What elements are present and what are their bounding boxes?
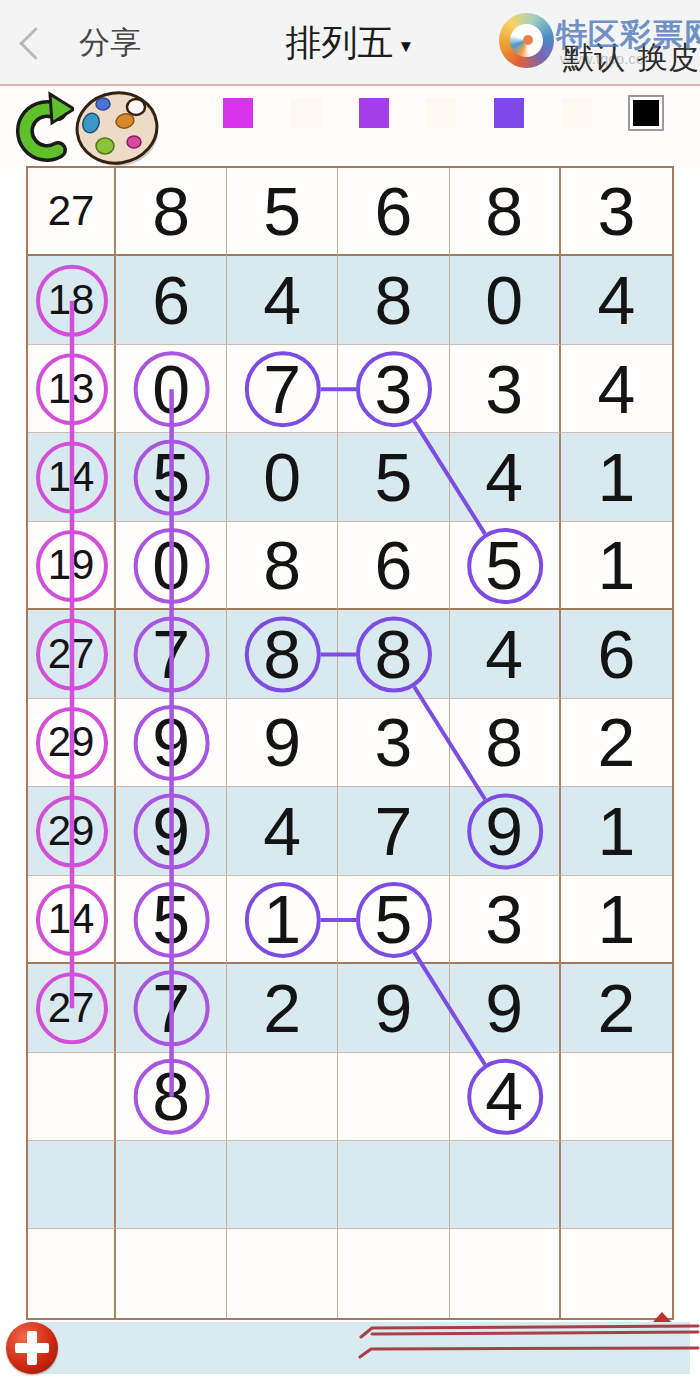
digit-cell-r1-c3[interactable]: 6 — [338, 168, 449, 256]
digit-cell-r5-c2[interactable]: 8 — [227, 522, 338, 610]
swatch-purple-pen[interactable] — [359, 98, 389, 128]
digit-cell-r4-c3[interactable]: 5 — [338, 433, 449, 521]
lottery-trend-app: 分享 排列五 ▼ 特区彩票网 默认 换皮 www.tqcp.cc — [0, 0, 700, 1379]
sum-cell-r6[interactable]: 27 — [28, 610, 116, 698]
digit-cell-r11-c5[interactable] — [561, 1053, 672, 1141]
digit-cell-r1-c2[interactable]: 5 — [227, 168, 338, 256]
page-title: 排列五 — [286, 19, 394, 68]
digit-cell-r13-c1[interactable] — [116, 1229, 227, 1317]
digit-cell-r9-c1[interactable]: 5 — [116, 876, 227, 964]
digit-cell-r3-c4[interactable]: 3 — [450, 345, 561, 433]
digit-cell-r8-c5[interactable]: 1 — [561, 787, 672, 875]
sum-cell-r1[interactable]: 27 — [28, 168, 116, 256]
digit-cell-r11-c4[interactable]: 4 — [450, 1053, 561, 1141]
digit-cell-r2-c3[interactable]: 8 — [338, 256, 449, 344]
digit-cell-r7-c3[interactable]: 3 — [338, 699, 449, 787]
digit-cell-r6-c5[interactable]: 6 — [561, 610, 672, 698]
digit-cell-r1-c5[interactable]: 3 — [561, 168, 672, 256]
back-button[interactable]: 分享 — [24, 22, 141, 64]
digit-cell-r2-c5[interactable]: 4 — [561, 256, 672, 344]
digit-cell-r10-c1[interactable]: 7 — [116, 964, 227, 1052]
digit-cell-r6-c1[interactable]: 7 — [116, 610, 227, 698]
chevron-down-icon: ▼ — [398, 37, 415, 57]
pen-toolbar — [0, 86, 700, 168]
digit-cell-r7-c1[interactable]: 9 — [116, 699, 227, 787]
digit-cell-r9-c5[interactable]: 1 — [561, 876, 672, 964]
digit-cell-r9-c2[interactable]: 1 — [227, 876, 338, 964]
digit-cell-r10-c5[interactable]: 2 — [561, 964, 672, 1052]
digit-cell-r4-c4[interactable]: 4 — [450, 433, 561, 521]
digit-cell-r12-c2[interactable] — [227, 1141, 338, 1229]
digit-cell-r11-c2[interactable] — [227, 1053, 338, 1141]
digit-cell-r13-c5[interactable] — [561, 1229, 672, 1317]
digit-cell-r12-c3[interactable] — [338, 1141, 449, 1229]
digit-cell-r6-c2[interactable]: 8 — [227, 610, 338, 698]
digit-cell-r6-c4[interactable]: 4 — [450, 610, 561, 698]
digit-cell-r3-c1[interactable]: 0 — [116, 345, 227, 433]
digit-cell-r9-c3[interactable]: 5 — [338, 876, 449, 964]
swatch-blank-3[interactable] — [562, 98, 592, 128]
swatch-violet-pen[interactable] — [494, 98, 524, 128]
digit-cell-r11-c1[interactable]: 8 — [116, 1053, 227, 1141]
digit-cell-r5-c5[interactable]: 1 — [561, 522, 672, 610]
palette-icon[interactable] — [74, 88, 164, 168]
sum-cell-r2[interactable]: 18 — [28, 256, 116, 344]
digit-cell-r6-c3[interactable]: 8 — [338, 610, 449, 698]
digit-cell-r2-c2[interactable]: 4 — [227, 256, 338, 344]
digit-cell-r7-c5[interactable]: 2 — [561, 699, 672, 787]
digit-cell-r9-c4[interactable]: 3 — [450, 876, 561, 964]
trend-grid: 2785683186480413073341450541190865127788… — [26, 166, 674, 1320]
digit-cell-r7-c2[interactable]: 9 — [227, 699, 338, 787]
digit-cell-r10-c4[interactable]: 9 — [450, 964, 561, 1052]
digit-cell-r8-c4[interactable]: 9 — [450, 787, 561, 875]
digit-cell-r10-c2[interactable]: 2 — [227, 964, 338, 1052]
sum-cell-r7[interactable]: 29 — [28, 699, 116, 787]
sum-cell-r5[interactable]: 19 — [28, 522, 116, 610]
sum-cell-r4[interactable]: 14 — [28, 433, 116, 521]
sum-cell-r12[interactable] — [28, 1141, 116, 1229]
digit-cell-r4-c1[interactable]: 5 — [116, 433, 227, 521]
refresh-icon[interactable] — [8, 90, 74, 168]
digit-cell-r13-c3[interactable] — [338, 1229, 449, 1317]
digit-cell-r3-c2[interactable]: 7 — [227, 345, 338, 433]
digit-cell-r13-c2[interactable] — [227, 1229, 338, 1317]
digit-cell-r4-c5[interactable]: 1 — [561, 433, 672, 521]
digit-cell-r4-c2[interactable]: 0 — [227, 433, 338, 521]
game-title-dropdown[interactable]: 排列五 ▼ — [286, 19, 415, 68]
digit-cell-r3-c5[interactable]: 4 — [561, 345, 672, 433]
digit-cell-r1-c4[interactable]: 8 — [450, 168, 561, 256]
digit-cell-r2-c4[interactable]: 0 — [450, 256, 561, 344]
share-label: 分享 — [79, 22, 141, 64]
swatch-blank-1[interactable] — [291, 98, 321, 128]
add-row-button[interactable] — [6, 1322, 58, 1374]
digit-cell-r12-c1[interactable] — [116, 1141, 227, 1229]
digit-cell-r12-c5[interactable] — [561, 1141, 672, 1229]
back-chevron-icon — [19, 27, 52, 60]
sum-cell-r10[interactable]: 27 — [28, 964, 116, 1052]
digit-cell-r8-c3[interactable]: 7 — [338, 787, 449, 875]
digit-cell-r8-c1[interactable]: 9 — [116, 787, 227, 875]
sum-cell-r13[interactable] — [28, 1229, 116, 1317]
digit-cell-r11-c3[interactable] — [338, 1053, 449, 1141]
digit-cell-r10-c3[interactable]: 9 — [338, 964, 449, 1052]
digit-cell-r5-c3[interactable]: 6 — [338, 522, 449, 610]
sum-cell-r3[interactable]: 13 — [28, 345, 116, 433]
digit-cell-r5-c4[interactable]: 5 — [450, 522, 561, 610]
digit-cell-r8-c2[interactable]: 4 — [227, 787, 338, 875]
sum-cell-r11[interactable] — [28, 1053, 116, 1141]
footer-bar — [28, 1322, 690, 1374]
digit-cell-r13-c4[interactable] — [450, 1229, 561, 1317]
site-logo-icon — [499, 13, 554, 68]
swatch-magenta-pen[interactable] — [223, 98, 253, 128]
digit-cell-r7-c4[interactable]: 8 — [450, 699, 561, 787]
swatch-black-pen[interactable] — [630, 97, 662, 129]
digit-cell-r3-c3[interactable]: 3 — [338, 345, 449, 433]
swatch-blank-2[interactable] — [426, 98, 456, 128]
digit-cell-r2-c1[interactable]: 6 — [116, 256, 227, 344]
sum-cell-r9[interactable]: 14 — [28, 876, 116, 964]
watermark-site-name: 特区彩票网 — [556, 14, 700, 56]
header: 分享 排列五 ▼ 特区彩票网 默认 换皮 www.tqcp.cc — [0, 0, 700, 86]
digit-cell-r1-c1[interactable]: 8 — [116, 168, 227, 256]
digit-cell-r12-c4[interactable] — [450, 1141, 561, 1229]
sum-cell-r8[interactable]: 29 — [28, 787, 116, 875]
digit-cell-r5-c1[interactable]: 0 — [116, 522, 227, 610]
